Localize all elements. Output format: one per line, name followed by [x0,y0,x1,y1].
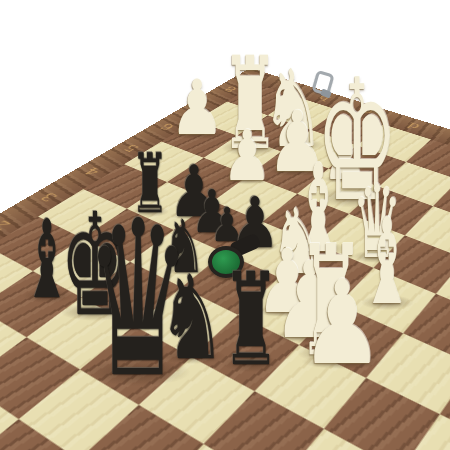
chess-set-photo: abcdefgh 87654321 ♜♟♟♟♟♞♝♚♞♜♛♟♜♞♟♟♟♚♝♛♞♝… [0,0,450,450]
black-queen[interactable]: ♛ [85,192,191,407]
white-pawn-7[interactable]: ♟ [300,265,383,381]
white-pawn-1[interactable]: ♟ [170,70,225,146]
black-rook-2[interactable]: ♜ [222,256,279,384]
file-label-d: d [404,120,423,131]
